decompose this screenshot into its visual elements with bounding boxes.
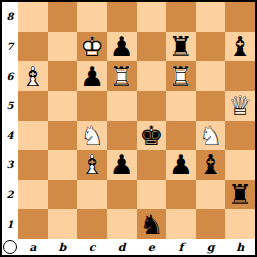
square-e5[interactable] [137, 91, 167, 121]
square-d6[interactable]: ♜♖ [107, 61, 137, 91]
piece-white-bishop[interactable]: ♝♗ [18, 61, 48, 91]
square-b5[interactable] [48, 91, 78, 121]
square-h1[interactable] [225, 209, 255, 239]
square-e4[interactable]: ♚ [137, 121, 167, 151]
side-to-move-corner [2, 239, 18, 255]
file-label-d: d [107, 239, 137, 255]
square-d4[interactable] [107, 121, 137, 151]
black-piece-glyph: ♜ [166, 32, 196, 62]
file-label-g: g [196, 239, 226, 255]
square-g2[interactable] [196, 180, 226, 210]
piece-white-rook[interactable]: ♜♖ [166, 61, 196, 91]
piece-white-queen[interactable]: ♛♕ [225, 91, 255, 121]
file-label-f: f [166, 239, 196, 255]
rank-label-8: 8 [2, 2, 18, 32]
black-piece-glyph: ♞ [137, 209, 167, 239]
square-e3[interactable] [137, 150, 167, 180]
white-piece-outline: ♕ [225, 91, 255, 121]
square-f1[interactable] [166, 209, 196, 239]
rank-label-5: 5 [2, 91, 18, 121]
rank-label-7: 7 [2, 32, 18, 62]
square-h4[interactable] [225, 121, 255, 151]
square-f7[interactable]: ♜ [166, 32, 196, 62]
square-b8[interactable] [48, 2, 78, 32]
square-h7[interactable]: ♝ [225, 32, 255, 62]
piece-black-pawn[interactable]: ♟ [77, 61, 107, 91]
square-b3[interactable] [48, 150, 78, 180]
square-d7[interactable]: ♟ [107, 32, 137, 62]
square-h5[interactable]: ♛♕ [225, 91, 255, 121]
square-h6[interactable] [225, 61, 255, 91]
board: ♚♔♟♜♝♝♗♟♜♖♜♖♛♕♞♘♚♞♘♝♗♟♟♝♜♞ [18, 2, 255, 239]
square-c3[interactable]: ♝♗ [77, 150, 107, 180]
square-c6[interactable]: ♟ [77, 61, 107, 91]
square-a5[interactable] [18, 91, 48, 121]
white-piece-outline: ♗ [77, 150, 107, 180]
piece-black-king[interactable]: ♚ [137, 121, 167, 151]
file-label-a: a [18, 239, 48, 255]
square-a3[interactable] [18, 150, 48, 180]
square-e2[interactable] [137, 180, 167, 210]
square-d1[interactable] [107, 209, 137, 239]
square-a6[interactable]: ♝♗ [18, 61, 48, 91]
square-e6[interactable] [137, 61, 167, 91]
square-f4[interactable] [166, 121, 196, 151]
rank-label-4: 4 [2, 121, 18, 151]
square-h3[interactable] [225, 150, 255, 180]
white-to-move-indicator [3, 240, 17, 254]
square-g4[interactable]: ♞♘ [196, 121, 226, 151]
rank-label-3: 3 [2, 150, 18, 180]
square-a4[interactable] [18, 121, 48, 151]
white-piece-outline: ♘ [77, 121, 107, 151]
square-e1[interactable]: ♞ [137, 209, 167, 239]
square-h8[interactable] [225, 2, 255, 32]
rank-labels: 87654321 [2, 2, 18, 239]
square-c5[interactable] [77, 91, 107, 121]
square-e7[interactable] [137, 32, 167, 62]
square-a1[interactable] [18, 209, 48, 239]
piece-black-rook[interactable]: ♜ [166, 32, 196, 62]
square-d3[interactable]: ♟ [107, 150, 137, 180]
square-b6[interactable] [48, 61, 78, 91]
file-labels: abcdefgh [18, 239, 255, 255]
square-c2[interactable] [77, 180, 107, 210]
file-label-c: c [77, 239, 107, 255]
black-piece-glyph: ♟ [77, 61, 107, 91]
square-f8[interactable] [166, 2, 196, 32]
black-piece-glyph: ♝ [225, 32, 255, 62]
rank-label-1: 1 [2, 209, 18, 239]
white-piece-outline: ♖ [166, 61, 196, 91]
square-f5[interactable] [166, 91, 196, 121]
file-label-h: h [225, 239, 255, 255]
piece-black-pawn[interactable]: ♟ [107, 150, 137, 180]
square-a7[interactable] [18, 32, 48, 62]
square-f2[interactable] [166, 180, 196, 210]
white-piece-outline: ♗ [18, 61, 48, 91]
piece-black-rook[interactable]: ♜ [225, 180, 255, 210]
square-a8[interactable] [18, 2, 48, 32]
file-label-b: b [48, 239, 78, 255]
square-c1[interactable] [77, 209, 107, 239]
piece-white-rook[interactable]: ♜♖ [107, 61, 137, 91]
piece-white-knight[interactable]: ♞♘ [77, 121, 107, 151]
black-piece-glyph: ♝ [196, 150, 226, 180]
square-a2[interactable] [18, 180, 48, 210]
square-e8[interactable] [137, 2, 167, 32]
square-b7[interactable] [48, 32, 78, 62]
white-piece-outline: ♖ [107, 61, 137, 91]
square-c4[interactable]: ♞♘ [77, 121, 107, 151]
file-label-e: e [137, 239, 167, 255]
piece-white-knight[interactable]: ♞♘ [196, 121, 226, 151]
square-d8[interactable] [107, 2, 137, 32]
piece-black-pawn[interactable]: ♟ [107, 32, 137, 62]
square-b1[interactable] [48, 209, 78, 239]
square-c7[interactable]: ♚♔ [77, 32, 107, 62]
chess-diagram: 87654321 ♚♔♟♜♝♝♗♟♜♖♜♖♛♕♞♘♚♞♘♝♗♟♟♝♜♞ abcd… [0, 0, 257, 257]
rank-label-2: 2 [2, 180, 18, 210]
diagram-layout: 87654321 ♚♔♟♜♝♝♗♟♜♖♜♖♛♕♞♘♚♞♘♝♗♟♟♝♜♞ abcd… [2, 2, 255, 255]
square-g5[interactable] [196, 91, 226, 121]
piece-white-king[interactable]: ♚♔ [77, 32, 107, 62]
rank-label-6: 6 [2, 61, 18, 91]
square-f3[interactable]: ♟ [166, 150, 196, 180]
black-piece-glyph: ♜ [225, 180, 255, 210]
square-b4[interactable] [48, 121, 78, 151]
square-g8[interactable] [196, 2, 226, 32]
white-piece-outline: ♘ [196, 121, 226, 151]
square-b2[interactable] [48, 180, 78, 210]
piece-black-knight[interactable]: ♞ [137, 209, 167, 239]
square-c8[interactable] [77, 2, 107, 32]
black-piece-glyph: ♟ [166, 150, 196, 180]
square-d2[interactable] [107, 180, 137, 210]
black-piece-glyph: ♚ [137, 121, 167, 151]
piece-black-bishop[interactable]: ♝ [196, 150, 226, 180]
white-piece-outline: ♔ [77, 32, 107, 62]
black-piece-glyph: ♟ [107, 150, 137, 180]
square-d5[interactable] [107, 91, 137, 121]
square-h2[interactable]: ♜ [225, 180, 255, 210]
square-g6[interactable] [196, 61, 226, 91]
piece-black-pawn[interactable]: ♟ [166, 150, 196, 180]
square-g1[interactable] [196, 209, 226, 239]
square-f6[interactable]: ♜♖ [166, 61, 196, 91]
piece-black-bishop[interactable]: ♝ [225, 32, 255, 62]
square-g3[interactable]: ♝ [196, 150, 226, 180]
square-g7[interactable] [196, 32, 226, 62]
black-piece-glyph: ♟ [107, 32, 137, 62]
piece-white-bishop[interactable]: ♝♗ [77, 150, 107, 180]
